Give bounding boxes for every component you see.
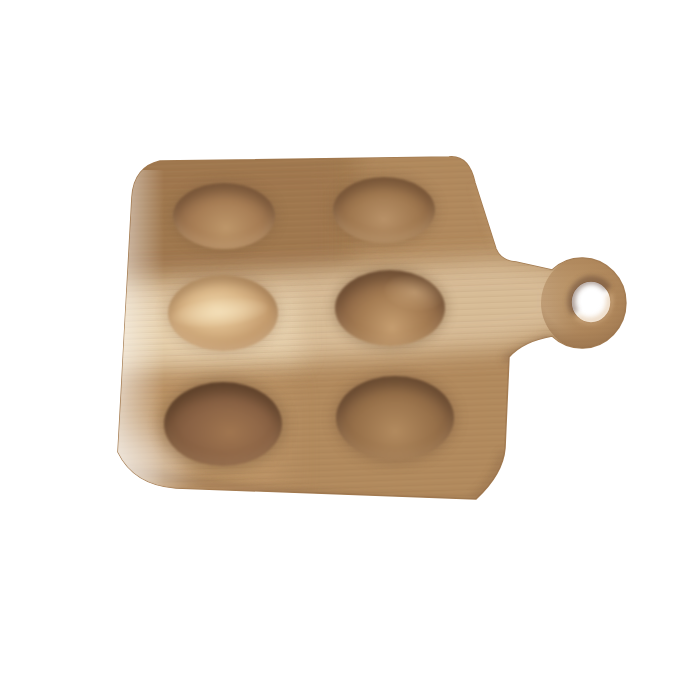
pit-grid — [140, 166, 470, 474]
product-photo-stage — [0, 0, 700, 700]
pit-cell — [140, 266, 305, 370]
pit-cell — [140, 370, 305, 474]
pit-top-right — [333, 177, 435, 243]
hole-rim-highlight — [577, 294, 610, 321]
pit-top-left — [173, 183, 275, 249]
pit-middle-right — [335, 270, 445, 346]
pit-middle-left — [168, 275, 278, 351]
pit-cell — [305, 370, 470, 474]
pit-cell — [305, 266, 470, 370]
handle-knob — [541, 255, 637, 351]
hole-rim-shadow — [571, 280, 608, 313]
hanging-hole — [571, 280, 609, 321]
pit-cell — [140, 166, 305, 266]
pit-bottom-left — [164, 382, 282, 466]
pit-cell — [305, 166, 470, 266]
pit-bottom-right — [336, 376, 454, 460]
